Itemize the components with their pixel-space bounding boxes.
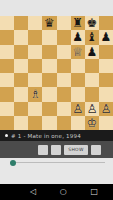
square-c3[interactable]: ♗ (28, 87, 42, 101)
black-king-piece[interactable]: ♚ (86, 17, 97, 29)
square-d8[interactable]: ♛ (42, 16, 56, 30)
square-b5[interactable] (14, 59, 28, 73)
square-h5[interactable] (99, 59, 113, 73)
white-queen-piece[interactable]: ♕ (72, 45, 83, 57)
square-c4[interactable] (28, 73, 42, 87)
square-g4[interactable] (85, 73, 99, 87)
white-king-piece[interactable]: ♔ (86, 116, 97, 128)
square-e8[interactable] (57, 16, 71, 30)
black-pawn-piece[interactable]: ♟ (101, 31, 112, 43)
puzzle-slider-track[interactable] (10, 162, 105, 163)
square-f4[interactable] (71, 73, 85, 87)
square-c7[interactable] (28, 30, 42, 44)
square-f1[interactable] (71, 116, 85, 130)
square-g2[interactable]: ♙ (85, 102, 99, 116)
chess-board[interactable]: ♛♜♚♟♝♟♕♟♗♙♙♙♔ (0, 16, 113, 130)
square-g3[interactable] (85, 87, 99, 101)
square-d6[interactable] (42, 45, 56, 59)
puzzle-title: # 1 - Mate in one, 1994 (11, 133, 81, 139)
square-f7[interactable]: ♟ (71, 30, 85, 44)
square-a7[interactable] (0, 30, 14, 44)
recents-icon[interactable]: □ (90, 188, 98, 196)
square-e7[interactable] (57, 30, 71, 44)
black-bishop-piece[interactable]: ♝ (86, 31, 97, 43)
square-h2[interactable]: ♙ (99, 102, 113, 116)
square-f8[interactable]: ♜ (71, 16, 85, 30)
square-b6[interactable] (14, 45, 28, 59)
square-b8[interactable] (14, 16, 28, 30)
black-pawn-piece[interactable]: ♟ (86, 45, 97, 57)
square-f2[interactable]: ♙ (71, 102, 85, 116)
black-queen-piece[interactable]: ♛ (44, 17, 55, 29)
puzzle-slider-thumb[interactable] (10, 160, 16, 166)
square-d4[interactable] (42, 73, 56, 87)
square-c5[interactable] (28, 59, 42, 73)
square-b4[interactable] (14, 73, 28, 87)
side-to-move-dot-icon (5, 134, 8, 137)
square-g6[interactable]: ♟ (85, 45, 99, 59)
top-empty-strip (0, 0, 113, 16)
square-h4[interactable] (99, 73, 113, 87)
white-pawn-piece[interactable]: ♙ (72, 102, 83, 114)
square-h7[interactable]: ♟ (99, 30, 113, 44)
puzzle-info-bar: # 1 - Mate in one, 1994 (0, 130, 113, 141)
square-e1[interactable] (57, 116, 71, 130)
square-a4[interactable] (0, 73, 14, 87)
square-a8[interactable] (0, 16, 14, 30)
square-a2[interactable] (0, 102, 14, 116)
square-h3[interactable] (99, 87, 113, 101)
square-e2[interactable] (57, 102, 71, 116)
square-b2[interactable] (14, 102, 28, 116)
square-h6[interactable] (99, 45, 113, 59)
home-icon[interactable]: ○ (60, 188, 67, 196)
square-a3[interactable] (0, 87, 14, 101)
square-f3[interactable] (71, 87, 85, 101)
square-d5[interactable] (42, 59, 56, 73)
android-nav-bar: ◁ ○ □ (0, 184, 113, 200)
square-g1[interactable]: ♔ (85, 116, 99, 130)
square-f6[interactable]: ♕ (71, 45, 85, 59)
black-rook-piece[interactable]: ♜ (72, 17, 83, 29)
puzzle-progress-area (0, 158, 113, 184)
control-bar: SHOW (0, 141, 113, 158)
square-c1[interactable] (28, 116, 42, 130)
control-button-1[interactable] (38, 145, 48, 155)
square-e3[interactable] (57, 87, 71, 101)
square-d1[interactable] (42, 116, 56, 130)
square-c2[interactable] (28, 102, 42, 116)
square-d3[interactable] (42, 87, 56, 101)
square-c6[interactable] (28, 45, 42, 59)
square-f5[interactable] (71, 59, 85, 73)
square-a6[interactable] (0, 45, 14, 59)
control-button-2[interactable] (51, 145, 61, 155)
square-b3[interactable] (14, 87, 28, 101)
square-d2[interactable] (42, 102, 56, 116)
white-pawn-piece[interactable]: ♙ (86, 102, 97, 114)
show-solution-button[interactable]: SHOW (64, 145, 88, 155)
square-b1[interactable] (14, 116, 28, 130)
square-a5[interactable] (0, 59, 14, 73)
control-button-3[interactable] (91, 145, 101, 155)
square-g8[interactable]: ♚ (85, 16, 99, 30)
white-bishop-piece[interactable]: ♗ (30, 88, 41, 100)
square-b7[interactable] (14, 30, 28, 44)
square-e5[interactable] (57, 59, 71, 73)
square-a1[interactable] (0, 116, 14, 130)
square-d7[interactable] (42, 30, 56, 44)
square-h1[interactable] (99, 116, 113, 130)
square-e4[interactable] (57, 73, 71, 87)
square-g7[interactable]: ♝ (85, 30, 99, 44)
square-g5[interactable] (85, 59, 99, 73)
square-c8[interactable] (28, 16, 42, 30)
back-icon[interactable]: ◁ (30, 188, 36, 196)
black-pawn-piece[interactable]: ♟ (72, 31, 83, 43)
white-pawn-piece[interactable]: ♙ (101, 102, 112, 114)
app-screen: ♛♜♚♟♝♟♕♟♗♙♙♙♔ # 1 - Mate in one, 1994 SH… (0, 0, 113, 200)
square-h8[interactable] (99, 16, 113, 30)
square-e6[interactable] (57, 45, 71, 59)
